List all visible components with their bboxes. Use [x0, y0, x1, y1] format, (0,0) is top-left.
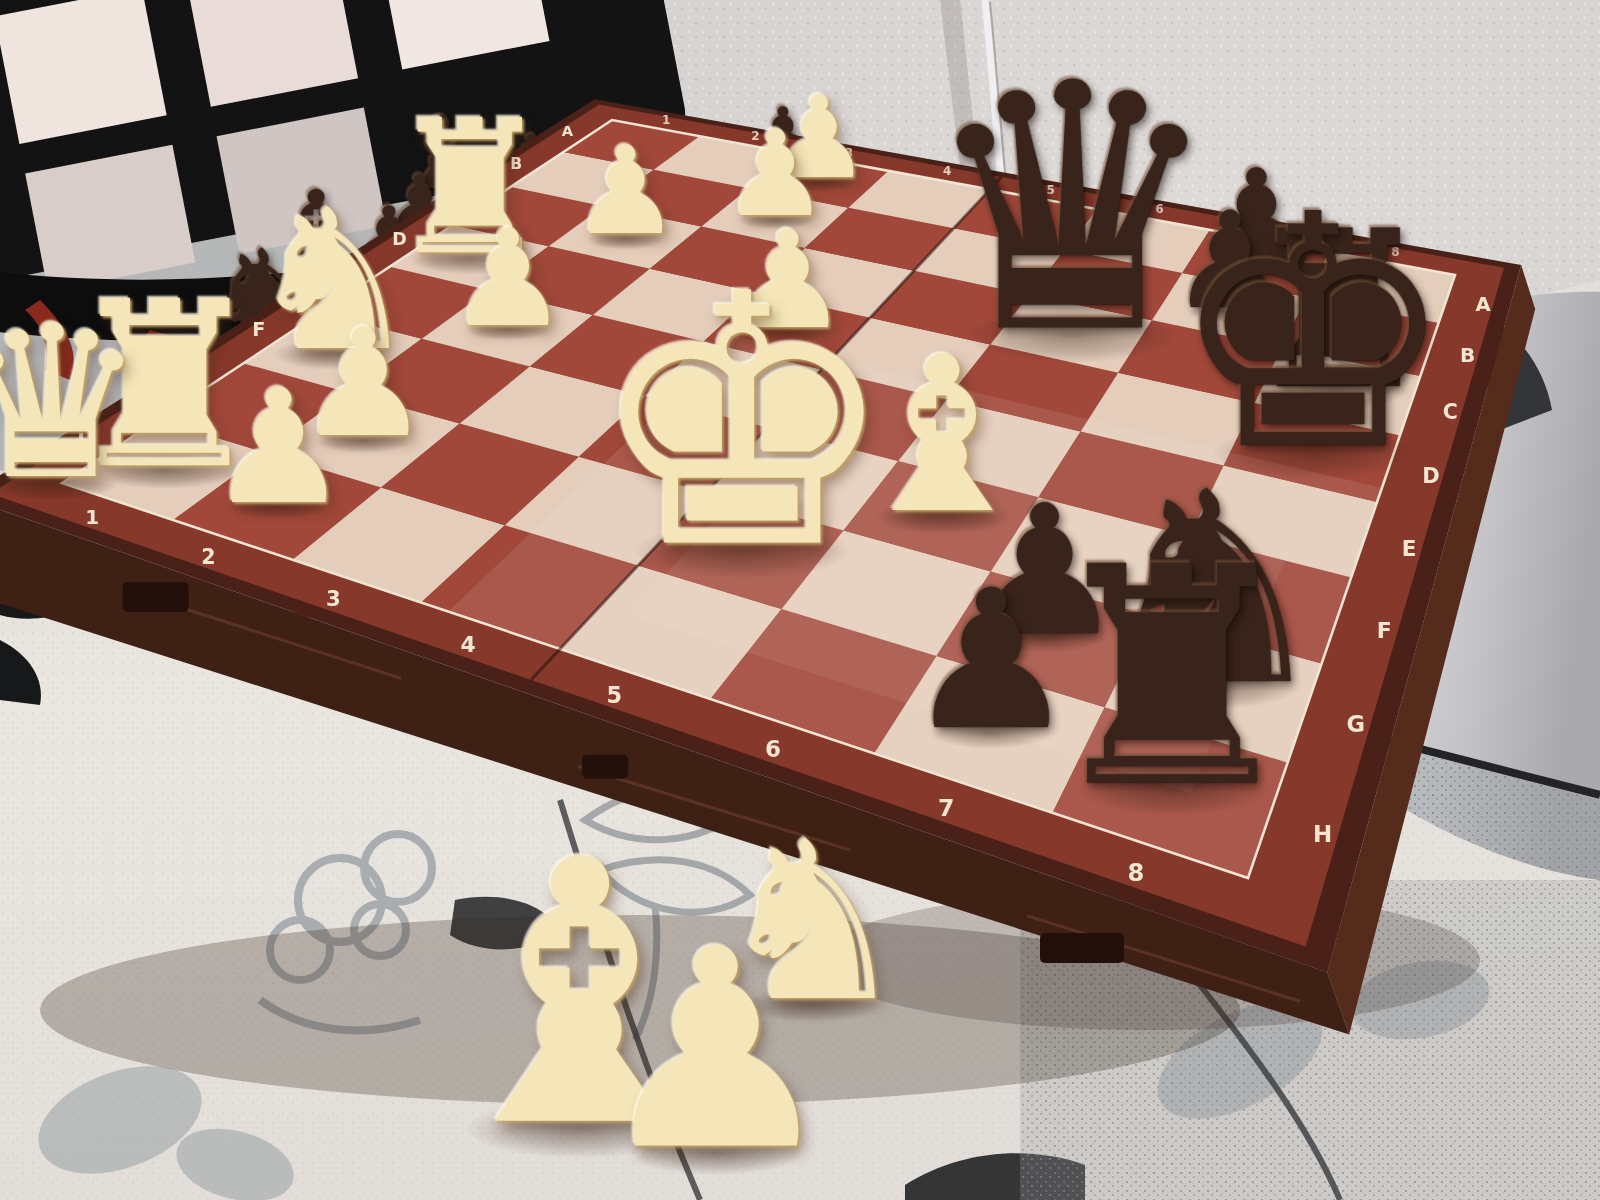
chess-photo-scene: ♞♝♟♟♝♟♟ HH11GG22FF33EE44DD55CC66BB77AA88…: [0, 0, 1600, 1200]
piece-white-pawn-h2[interactable]: ♟: [207, 367, 349, 526]
piece-white-pawn-e2[interactable]: ♟: [448, 211, 568, 345]
pieces-layer: ♜♚♞♜♟♟♟♟♛♝♚♟♟♟♟♟♟♟♜♞♜♛♝♟♞: [0, 0, 1600, 1200]
piece-black-rook-h8[interactable]: ♜: [1037, 529, 1307, 830]
piece-white-king-g5[interactable]: ♚: [587, 249, 898, 596]
captured-white-pawn-2[interactable]: ♟: [593, 913, 840, 1188]
captured-white-queen-0[interactable]: ♛: [0, 298, 147, 509]
